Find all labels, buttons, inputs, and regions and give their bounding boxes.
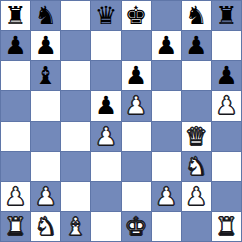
piece-black-rook[interactable]: ♜ <box>4 3 26 28</box>
square-c5[interactable] <box>61 91 90 120</box>
piece-black-pawn[interactable]: ♟ <box>95 93 117 118</box>
square-f7[interactable]: ♟ <box>152 31 181 60</box>
piece-white-pawn[interactable]: ♟ <box>34 184 56 209</box>
square-f3[interactable] <box>152 152 181 181</box>
square-g3[interactable]: ♞ <box>182 152 211 181</box>
piece-black-pawn[interactable]: ♟ <box>125 63 147 88</box>
piece-black-king[interactable]: ♚ <box>125 3 147 28</box>
square-e6[interactable]: ♟ <box>122 61 151 90</box>
piece-white-bishop[interactable]: ♝ <box>65 214 87 239</box>
square-e4[interactable] <box>122 122 151 151</box>
square-c8[interactable] <box>61 1 90 30</box>
square-c4[interactable] <box>61 122 90 151</box>
square-h7[interactable] <box>212 31 241 60</box>
square-e5[interactable]: ♟ <box>122 91 151 120</box>
square-h3[interactable] <box>212 152 241 181</box>
square-d2[interactable] <box>91 182 120 211</box>
square-c3[interactable] <box>61 152 90 181</box>
square-f2[interactable]: ♟ <box>152 182 181 211</box>
square-c6[interactable] <box>61 61 90 90</box>
square-a3[interactable] <box>1 152 30 181</box>
piece-white-rook[interactable]: ♜ <box>215 214 237 239</box>
square-h6[interactable]: ♟ <box>212 61 241 90</box>
square-a8[interactable]: ♜ <box>1 1 30 30</box>
square-c2[interactable] <box>61 182 90 211</box>
square-d5[interactable]: ♟ <box>91 91 120 120</box>
square-d3[interactable] <box>91 152 120 181</box>
square-c1[interactable]: ♝ <box>61 212 90 241</box>
piece-black-bishop[interactable]: ♝ <box>34 63 56 88</box>
square-h5[interactable]: ♟ <box>212 91 241 120</box>
square-a6[interactable] <box>1 61 30 90</box>
piece-black-knight[interactable]: ♞ <box>34 3 56 28</box>
square-b2[interactable]: ♟ <box>31 182 60 211</box>
square-f6[interactable] <box>152 61 181 90</box>
piece-white-pawn[interactable]: ♟ <box>95 124 117 149</box>
square-h2[interactable] <box>212 182 241 211</box>
square-e8[interactable]: ♚ <box>122 1 151 30</box>
square-e7[interactable] <box>122 31 151 60</box>
square-b1[interactable]: ♞ <box>31 212 60 241</box>
piece-black-pawn[interactable]: ♟ <box>4 33 26 58</box>
square-e3[interactable] <box>122 152 151 181</box>
piece-black-knight[interactable]: ♞ <box>185 3 207 28</box>
piece-white-pawn[interactable]: ♟ <box>185 184 207 209</box>
square-d7[interactable] <box>91 31 120 60</box>
square-a4[interactable] <box>1 122 30 151</box>
square-h1[interactable]: ♜ <box>212 212 241 241</box>
square-a1[interactable]: ♜ <box>1 212 30 241</box>
square-b6[interactable]: ♝ <box>31 61 60 90</box>
square-b5[interactable] <box>31 91 60 120</box>
square-a5[interactable] <box>1 91 30 120</box>
piece-white-pawn[interactable]: ♟ <box>4 184 26 209</box>
piece-black-pawn[interactable]: ♟ <box>34 33 56 58</box>
square-h8[interactable]: ♜ <box>212 1 241 30</box>
square-b4[interactable] <box>31 122 60 151</box>
square-d1[interactable] <box>91 212 120 241</box>
square-g6[interactable] <box>182 61 211 90</box>
square-d8[interactable]: ♛ <box>91 1 120 30</box>
square-f5[interactable] <box>152 91 181 120</box>
square-b7[interactable]: ♟ <box>31 31 60 60</box>
square-d4[interactable]: ♟ <box>91 122 120 151</box>
piece-white-king[interactable]: ♚ <box>125 214 147 239</box>
square-e1[interactable]: ♚ <box>122 212 151 241</box>
square-g8[interactable]: ♞ <box>182 1 211 30</box>
square-a7[interactable]: ♟ <box>1 31 30 60</box>
square-f4[interactable] <box>152 122 181 151</box>
square-a2[interactable]: ♟ <box>1 182 30 211</box>
piece-black-pawn[interactable]: ♟ <box>185 33 207 58</box>
square-b8[interactable]: ♞ <box>31 1 60 30</box>
square-c7[interactable] <box>61 31 90 60</box>
square-g5[interactable] <box>182 91 211 120</box>
piece-white-pawn[interactable]: ♟ <box>215 93 237 118</box>
square-d6[interactable] <box>91 61 120 90</box>
square-b3[interactable] <box>31 152 60 181</box>
piece-white-pawn[interactable]: ♟ <box>125 93 147 118</box>
square-g1[interactable] <box>182 212 211 241</box>
piece-white-pawn[interactable]: ♟ <box>155 184 177 209</box>
piece-white-knight[interactable]: ♞ <box>34 214 56 239</box>
square-g4[interactable]: ♛ <box>182 122 211 151</box>
chess-board: ♜♞♛♚♞♜♟♟♟♟♝♟♟♟♟♟♟♛♞♟♟♟♟♜♞♝♚♜ <box>0 0 242 242</box>
piece-black-pawn[interactable]: ♟ <box>215 63 237 88</box>
piece-black-queen[interactable]: ♛ <box>95 3 117 28</box>
piece-white-rook[interactable]: ♜ <box>4 214 26 239</box>
square-f8[interactable] <box>152 1 181 30</box>
square-h4[interactable] <box>212 122 241 151</box>
square-g2[interactable]: ♟ <box>182 182 211 211</box>
piece-black-pawn[interactable]: ♟ <box>155 33 177 58</box>
piece-white-queen[interactable]: ♛ <box>185 124 207 149</box>
piece-white-knight[interactable]: ♞ <box>185 154 207 179</box>
square-e2[interactable] <box>122 182 151 211</box>
square-f1[interactable] <box>152 212 181 241</box>
square-g7[interactable]: ♟ <box>182 31 211 60</box>
piece-black-rook[interactable]: ♜ <box>215 3 237 28</box>
